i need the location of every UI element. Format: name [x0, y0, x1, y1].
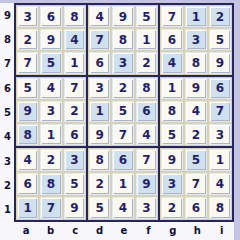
cell-a4[interactable]: 8: [17, 124, 38, 145]
sudoku-board: 3682947514957816327126354895479328163281…: [14, 3, 234, 222]
cell-g5[interactable]: 8: [161, 101, 183, 122]
cell-i4[interactable]: 3: [209, 124, 231, 145]
cell-e9[interactable]: 9: [112, 6, 133, 27]
cell-b9[interactable]: 6: [40, 6, 61, 27]
cell-h8[interactable]: 3: [185, 29, 207, 50]
col-labels: abcdefghi: [14, 222, 234, 238]
cell-i5[interactable]: 7: [209, 101, 231, 122]
cell-c5[interactable]: 2: [64, 101, 85, 122]
row-label-1: 1: [0, 198, 14, 222]
cell-g9[interactable]: 7: [161, 6, 183, 27]
cell-d1[interactable]: 5: [89, 197, 110, 219]
cell-e4[interactable]: 7: [112, 124, 133, 145]
cell-b2[interactable]: 8: [40, 173, 61, 195]
cell-i9[interactable]: 2: [209, 6, 231, 27]
box-0-0: 368294751: [16, 5, 88, 77]
cell-f2[interactable]: 9: [136, 173, 157, 195]
cell-h7[interactable]: 8: [185, 52, 207, 73]
cell-e3[interactable]: 6: [112, 149, 133, 171]
cell-f7[interactable]: 2: [136, 52, 157, 73]
cell-a1[interactable]: 1: [17, 197, 38, 219]
cell-f1[interactable]: 3: [136, 197, 157, 219]
cell-i3[interactable]: 1: [209, 149, 231, 171]
col-label-g: g: [161, 222, 185, 238]
cell-f9[interactable]: 5: [136, 6, 157, 27]
box-1-1: 328156974: [88, 77, 160, 149]
row-label-3: 3: [0, 149, 14, 173]
cell-c3[interactable]: 3: [64, 149, 85, 171]
cell-a6[interactable]: 5: [17, 78, 38, 99]
box-0-1: 495781632: [88, 5, 160, 77]
box-1-0: 547932816: [16, 77, 88, 149]
cell-b6[interactable]: 4: [40, 78, 61, 99]
cell-a8[interactable]: 2: [17, 29, 38, 50]
row-label-4: 4: [0, 125, 14, 149]
cell-h5[interactable]: 4: [185, 101, 207, 122]
cell-c1[interactable]: 9: [64, 197, 85, 219]
cell-b8[interactable]: 9: [40, 29, 61, 50]
col-label-h: h: [185, 222, 209, 238]
row-label-6: 6: [0, 76, 14, 100]
row-label-7: 7: [0, 52, 14, 76]
cell-i2[interactable]: 4: [209, 173, 231, 195]
cell-g3[interactable]: 9: [161, 149, 183, 171]
row-labels: 987654321: [0, 3, 14, 222]
cell-c8[interactable]: 4: [64, 29, 85, 50]
cell-e1[interactable]: 4: [112, 197, 133, 219]
box-0-2: 712635489: [160, 5, 232, 77]
window-chrome-right-strip: [234, 0, 240, 240]
cell-h9[interactable]: 1: [185, 6, 207, 27]
cell-i7[interactable]: 9: [209, 52, 231, 73]
col-label-b: b: [38, 222, 62, 238]
cell-b5[interactable]: 3: [40, 101, 61, 122]
cell-d4[interactable]: 9: [89, 124, 110, 145]
cell-i8[interactable]: 5: [209, 29, 231, 50]
cell-e2[interactable]: 1: [112, 173, 133, 195]
col-label-i: i: [210, 222, 234, 238]
cell-h2[interactable]: 7: [185, 173, 207, 195]
cell-e8[interactable]: 8: [112, 29, 133, 50]
cell-d6[interactable]: 3: [89, 78, 110, 99]
cell-f4[interactable]: 4: [136, 124, 157, 145]
row-label-2: 2: [0, 173, 14, 197]
cell-e7[interactable]: 3: [112, 52, 133, 73]
cell-h1[interactable]: 6: [185, 197, 207, 219]
cell-h3[interactable]: 5: [185, 149, 207, 171]
box-2-0: 423685179: [16, 148, 88, 220]
cell-d8[interactable]: 7: [89, 29, 110, 50]
cell-h4[interactable]: 2: [185, 124, 207, 145]
cell-d7[interactable]: 6: [89, 52, 110, 73]
cell-e6[interactable]: 2: [112, 78, 133, 99]
box-1-2: 196847523: [160, 77, 232, 149]
cell-g6[interactable]: 1: [161, 78, 183, 99]
cell-f6[interactable]: 8: [136, 78, 157, 99]
cell-a5[interactable]: 9: [17, 101, 38, 122]
cell-g1[interactable]: 2: [161, 197, 183, 219]
cell-a7[interactable]: 7: [17, 52, 38, 73]
cell-c2[interactable]: 5: [64, 173, 85, 195]
box-2-2: 951374268: [160, 148, 232, 220]
row-label-9: 9: [0, 3, 14, 27]
cell-a3[interactable]: 4: [17, 149, 38, 171]
col-label-f: f: [136, 222, 160, 238]
cell-g4[interactable]: 5: [161, 124, 183, 145]
cell-b7[interactable]: 5: [40, 52, 61, 73]
col-label-d: d: [87, 222, 111, 238]
cell-c4[interactable]: 6: [64, 124, 85, 145]
col-label-a: a: [14, 222, 38, 238]
cell-f5[interactable]: 6: [136, 101, 157, 122]
cell-a9[interactable]: 3: [17, 6, 38, 27]
row-label-5: 5: [0, 100, 14, 124]
col-label-c: c: [63, 222, 87, 238]
cell-d5[interactable]: 1: [89, 101, 110, 122]
cell-b4[interactable]: 1: [40, 124, 61, 145]
cell-f8[interactable]: 1: [136, 29, 157, 50]
cell-f3[interactable]: 7: [136, 149, 157, 171]
cell-d3[interactable]: 8: [89, 149, 110, 171]
box-2-1: 867219543: [88, 148, 160, 220]
cell-b1[interactable]: 7: [40, 197, 61, 219]
cell-b3[interactable]: 2: [40, 149, 61, 171]
cell-a2[interactable]: 6: [17, 173, 38, 195]
cell-g2[interactable]: 3: [161, 173, 183, 195]
cell-c7[interactable]: 1: [64, 52, 85, 73]
cell-i6[interactable]: 6: [209, 78, 231, 99]
cell-g7[interactable]: 4: [161, 52, 183, 73]
row-label-8: 8: [0, 27, 14, 51]
cell-d2[interactable]: 2: [89, 173, 110, 195]
cell-d9[interactable]: 4: [89, 6, 110, 27]
cell-h6[interactable]: 9: [185, 78, 207, 99]
cell-e5[interactable]: 5: [112, 101, 133, 122]
cell-i1[interactable]: 8: [209, 197, 231, 219]
cell-c9[interactable]: 8: [64, 6, 85, 27]
cell-g8[interactable]: 6: [161, 29, 183, 50]
col-label-e: e: [112, 222, 136, 238]
cell-c6[interactable]: 7: [64, 78, 85, 99]
